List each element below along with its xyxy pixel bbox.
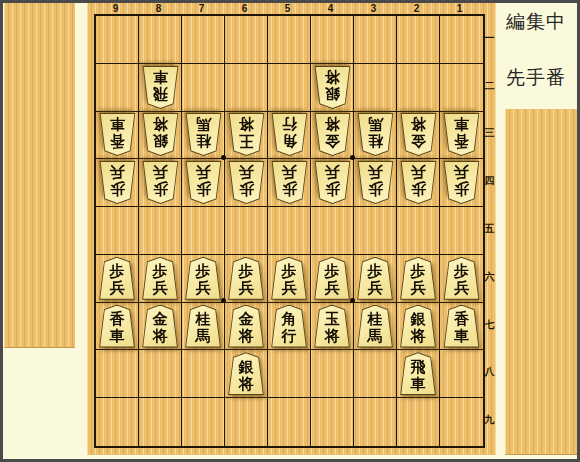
square-5九[interactable] xyxy=(268,398,311,446)
gote-piece-歩兵[interactable]: 歩兵 xyxy=(99,161,136,204)
piece-kanji: 歩兵 xyxy=(271,259,308,300)
sente-piece-香車[interactable]: 香車 xyxy=(443,305,480,348)
square-9九[interactable] xyxy=(96,398,139,446)
square-3八[interactable] xyxy=(354,350,397,398)
square-5五[interactable] xyxy=(268,207,311,255)
square-3四[interactable]: 歩兵 xyxy=(354,159,397,207)
square-4八[interactable] xyxy=(311,350,354,398)
piece-kanji: 歩兵 xyxy=(185,259,222,300)
hoshi-dot xyxy=(350,155,355,160)
piece-kanji: 歩兵 xyxy=(228,259,265,300)
square-6三[interactable]: 王将 xyxy=(225,112,268,160)
gote-piece-王将[interactable]: 王将 xyxy=(228,113,265,156)
sente-piece-歩兵[interactable]: 歩兵 xyxy=(357,257,394,300)
square-1一[interactable] xyxy=(440,16,483,64)
square-9四[interactable]: 歩兵 xyxy=(96,159,139,207)
piece-kanji: 歩兵 xyxy=(314,259,351,300)
square-1五[interactable] xyxy=(440,207,483,255)
square-3六[interactable]: 歩兵 xyxy=(354,255,397,303)
square-5一[interactable] xyxy=(268,16,311,64)
piece-kanji: 銀将 xyxy=(228,354,265,395)
square-7一[interactable] xyxy=(182,16,225,64)
square-9七[interactable]: 香車 xyxy=(96,303,139,351)
sente-piece-歩兵[interactable]: 歩兵 xyxy=(142,257,179,300)
shogi-editor-window: 987654321 一二三四五六七八九 飛車銀将香車銀将桂馬王将角行金将桂馬金将… xyxy=(0,0,580,462)
sente-piece-角行[interactable]: 角行 xyxy=(271,305,308,348)
piece-kanji: 歩兵 xyxy=(357,161,394,202)
piece-kanji: 金将 xyxy=(228,307,265,348)
square-2九[interactable] xyxy=(397,398,440,446)
piece-kanji: 桂馬 xyxy=(357,113,394,154)
gote-piece-歩兵[interactable]: 歩兵 xyxy=(228,161,265,204)
status-editing: 編集中 xyxy=(506,9,580,35)
square-5七[interactable]: 角行 xyxy=(268,303,311,351)
square-7五[interactable] xyxy=(182,207,225,255)
piece-kanji: 飛車 xyxy=(400,354,437,395)
gote-piece-歩兵[interactable]: 歩兵 xyxy=(185,161,222,204)
piece-kanji: 歩兵 xyxy=(357,259,394,300)
gote-piece-歩兵[interactable]: 歩兵 xyxy=(357,161,394,204)
sente-piece-stand[interactable] xyxy=(505,109,577,455)
square-4七[interactable]: 玉将 xyxy=(311,303,354,351)
piece-kanji: 飛車 xyxy=(142,66,179,107)
piece-kanji: 歩兵 xyxy=(228,161,265,202)
square-9三[interactable]: 香車 xyxy=(96,112,139,160)
square-2七[interactable]: 銀将 xyxy=(397,303,440,351)
square-3二[interactable] xyxy=(354,64,397,112)
sente-piece-玉将[interactable]: 玉将 xyxy=(314,305,351,348)
square-7四[interactable]: 歩兵 xyxy=(182,159,225,207)
hoshi-dot xyxy=(221,298,226,303)
gote-piece-桂馬[interactable]: 桂馬 xyxy=(357,113,394,156)
gote-piece-歩兵[interactable]: 歩兵 xyxy=(142,161,179,204)
square-4九[interactable] xyxy=(311,398,354,446)
square-8二[interactable]: 飛車 xyxy=(139,64,182,112)
piece-kanji: 歩兵 xyxy=(99,259,136,300)
square-7二[interactable] xyxy=(182,64,225,112)
piece-kanji: 香車 xyxy=(99,113,136,154)
square-5六[interactable]: 歩兵 xyxy=(268,255,311,303)
hoshi-dot xyxy=(221,155,226,160)
piece-kanji: 歩兵 xyxy=(314,161,351,202)
piece-kanji: 歩兵 xyxy=(400,161,437,202)
sente-piece-桂馬[interactable]: 桂馬 xyxy=(357,305,394,348)
sente-piece-飛車[interactable]: 飛車 xyxy=(400,352,437,395)
square-7九[interactable] xyxy=(182,398,225,446)
square-2三[interactable]: 金将 xyxy=(397,112,440,160)
gote-piece-歩兵[interactable]: 歩兵 xyxy=(314,161,351,204)
piece-kanji: 角行 xyxy=(271,307,308,348)
square-5二[interactable] xyxy=(268,64,311,112)
square-8九[interactable] xyxy=(139,398,182,446)
square-8八[interactable] xyxy=(139,350,182,398)
square-7七[interactable]: 桂馬 xyxy=(182,303,225,351)
gote-piece-角行[interactable]: 角行 xyxy=(271,113,308,156)
status-panel: 編集中 先手番 xyxy=(506,9,580,121)
square-9二[interactable] xyxy=(96,64,139,112)
sente-piece-桂馬[interactable]: 桂馬 xyxy=(185,305,222,348)
square-6六[interactable]: 歩兵 xyxy=(225,255,268,303)
piece-kanji: 金将 xyxy=(400,113,437,154)
piece-kanji: 銀将 xyxy=(400,307,437,348)
gote-piece-桂馬[interactable]: 桂馬 xyxy=(185,113,222,156)
square-1二[interactable] xyxy=(440,64,483,112)
sente-piece-銀将[interactable]: 銀将 xyxy=(400,305,437,348)
sente-piece-香車[interactable]: 香車 xyxy=(99,305,136,348)
piece-kanji: 王将 xyxy=(228,113,265,154)
piece-kanji: 香車 xyxy=(443,113,480,154)
square-5八[interactable] xyxy=(268,350,311,398)
sente-piece-歩兵[interactable]: 歩兵 xyxy=(228,257,265,300)
sente-piece-歩兵[interactable]: 歩兵 xyxy=(271,257,308,300)
piece-kanji: 歩兵 xyxy=(400,259,437,300)
square-6四[interactable]: 歩兵 xyxy=(225,159,268,207)
square-9六[interactable]: 歩兵 xyxy=(96,255,139,303)
piece-kanji: 金将 xyxy=(142,307,179,348)
piece-kanji: 銀将 xyxy=(314,66,351,107)
piece-kanji: 香車 xyxy=(443,307,480,348)
gote-piece-香車[interactable]: 香車 xyxy=(443,113,480,156)
square-8五[interactable] xyxy=(139,207,182,255)
square-6二[interactable] xyxy=(225,64,268,112)
piece-kanji: 桂馬 xyxy=(357,307,394,348)
hoshi-dot xyxy=(350,298,355,303)
sente-piece-歩兵[interactable]: 歩兵 xyxy=(99,257,136,300)
piece-kanji: 銀将 xyxy=(142,113,179,154)
square-5四[interactable]: 歩兵 xyxy=(268,159,311,207)
square-8七[interactable]: 金将 xyxy=(139,303,182,351)
status-turn: 先手番 xyxy=(506,65,580,91)
piece-kanji: 玉将 xyxy=(314,307,351,348)
gote-piece-香車[interactable]: 香車 xyxy=(99,113,136,156)
sente-piece-金将[interactable]: 金将 xyxy=(142,305,179,348)
sente-piece-金将[interactable]: 金将 xyxy=(228,305,265,348)
square-8四[interactable]: 歩兵 xyxy=(139,159,182,207)
square-7八[interactable] xyxy=(182,350,225,398)
gote-piece-金将[interactable]: 金将 xyxy=(314,113,351,156)
piece-kanji: 歩兵 xyxy=(185,161,222,202)
square-9八[interactable] xyxy=(96,350,139,398)
gote-piece-金将[interactable]: 金将 xyxy=(400,113,437,156)
piece-kanji: 金将 xyxy=(314,113,351,154)
piece-kanji: 歩兵 xyxy=(99,161,136,202)
piece-kanji: 角行 xyxy=(271,113,308,154)
square-8三[interactable]: 銀将 xyxy=(139,112,182,160)
piece-kanji: 歩兵 xyxy=(443,259,480,300)
sente-piece-銀将[interactable]: 銀将 xyxy=(228,352,265,395)
sente-piece-歩兵[interactable]: 歩兵 xyxy=(185,257,222,300)
square-4一[interactable] xyxy=(311,16,354,64)
square-2五[interactable] xyxy=(397,207,440,255)
sente-piece-歩兵[interactable]: 歩兵 xyxy=(314,257,351,300)
piece-kanji: 桂馬 xyxy=(185,113,222,154)
piece-kanji: 歩兵 xyxy=(443,161,480,202)
square-2四[interactable]: 歩兵 xyxy=(397,159,440,207)
square-3一[interactable] xyxy=(354,16,397,64)
square-3七[interactable]: 桂馬 xyxy=(354,303,397,351)
square-1六[interactable]: 歩兵 xyxy=(440,255,483,303)
square-4六[interactable]: 歩兵 xyxy=(311,255,354,303)
square-5三[interactable]: 角行 xyxy=(268,112,311,160)
square-8六[interactable]: 歩兵 xyxy=(139,255,182,303)
square-8一[interactable] xyxy=(139,16,182,64)
gote-piece-銀将[interactable]: 銀将 xyxy=(142,113,179,156)
square-3三[interactable]: 桂馬 xyxy=(354,112,397,160)
piece-kanji: 歩兵 xyxy=(142,259,179,300)
piece-kanji: 香車 xyxy=(99,307,136,348)
gote-piece-銀将[interactable]: 銀将 xyxy=(314,66,351,109)
square-1九[interactable] xyxy=(440,398,483,446)
square-1八[interactable] xyxy=(440,350,483,398)
gote-piece-歩兵[interactable]: 歩兵 xyxy=(400,161,437,204)
square-3五[interactable] xyxy=(354,207,397,255)
square-2六[interactable]: 歩兵 xyxy=(397,255,440,303)
square-4二[interactable]: 銀将 xyxy=(311,64,354,112)
gote-piece-stand[interactable] xyxy=(4,3,75,348)
square-2八[interactable]: 飛車 xyxy=(397,350,440,398)
square-6八[interactable]: 銀将 xyxy=(225,350,268,398)
square-9一[interactable] xyxy=(96,16,139,64)
gote-piece-歩兵[interactable]: 歩兵 xyxy=(271,161,308,204)
gote-piece-飛車[interactable]: 飛車 xyxy=(142,66,179,109)
square-9五[interactable] xyxy=(96,207,139,255)
sente-piece-歩兵[interactable]: 歩兵 xyxy=(400,257,437,300)
square-2二[interactable] xyxy=(397,64,440,112)
square-1三[interactable]: 香車 xyxy=(440,112,483,160)
square-6一[interactable] xyxy=(225,16,268,64)
square-4三[interactable]: 金将 xyxy=(311,112,354,160)
square-6五[interactable] xyxy=(225,207,268,255)
board-grid: 飛車銀将香車銀将桂馬王将角行金将桂馬金将香車歩兵歩兵歩兵歩兵歩兵歩兵歩兵歩兵歩兵… xyxy=(94,14,485,448)
square-7三[interactable]: 桂馬 xyxy=(182,112,225,160)
square-6九[interactable] xyxy=(225,398,268,446)
square-1四[interactable]: 歩兵 xyxy=(440,159,483,207)
square-4五[interactable] xyxy=(311,207,354,255)
square-1七[interactable]: 香車 xyxy=(440,303,483,351)
square-2一[interactable] xyxy=(397,16,440,64)
sente-piece-歩兵[interactable]: 歩兵 xyxy=(443,257,480,300)
gote-piece-歩兵[interactable]: 歩兵 xyxy=(443,161,480,204)
square-4四[interactable]: 歩兵 xyxy=(311,159,354,207)
square-7六[interactable]: 歩兵 xyxy=(182,255,225,303)
square-6七[interactable]: 金将 xyxy=(225,303,268,351)
piece-kanji: 歩兵 xyxy=(142,161,179,202)
square-3九[interactable] xyxy=(354,398,397,446)
piece-kanji: 歩兵 xyxy=(271,161,308,202)
piece-kanji: 桂馬 xyxy=(185,307,222,348)
